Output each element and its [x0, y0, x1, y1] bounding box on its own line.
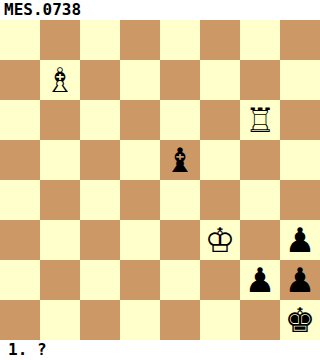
move-prompt: 1. ? [0, 340, 320, 360]
square-g6[interactable]: ♖ [240, 100, 280, 140]
square-b2[interactable] [40, 260, 80, 300]
square-f3[interactable]: ♔ [200, 220, 240, 260]
square-h7[interactable] [280, 60, 320, 100]
square-b3[interactable] [40, 220, 80, 260]
square-g2[interactable]: ♟ [240, 260, 280, 300]
square-b7[interactable]: ♗ [40, 60, 80, 100]
square-e7[interactable] [160, 60, 200, 100]
square-h8[interactable] [280, 20, 320, 60]
puzzle-title: MES.0738 [0, 0, 320, 20]
square-a2[interactable] [0, 260, 40, 300]
black-king[interactable]: ♚ [285, 300, 315, 340]
square-a8[interactable] [0, 20, 40, 60]
square-a4[interactable] [0, 180, 40, 220]
square-a6[interactable] [0, 100, 40, 140]
black-bishop[interactable]: ♝ [165, 140, 195, 180]
square-a5[interactable] [0, 140, 40, 180]
square-a3[interactable] [0, 220, 40, 260]
square-b1[interactable] [40, 300, 80, 340]
square-f7[interactable] [200, 60, 240, 100]
square-e2[interactable] [160, 260, 200, 300]
black-pawn[interactable]: ♟ [245, 260, 275, 300]
square-f4[interactable] [200, 180, 240, 220]
square-f2[interactable] [200, 260, 240, 300]
square-d4[interactable] [120, 180, 160, 220]
square-c5[interactable] [80, 140, 120, 180]
white-rook[interactable]: ♖ [245, 100, 275, 140]
square-d1[interactable] [120, 300, 160, 340]
square-d3[interactable] [120, 220, 160, 260]
black-pawn[interactable]: ♟ [285, 260, 315, 300]
square-c3[interactable] [80, 220, 120, 260]
square-h3[interactable]: ♟ [280, 220, 320, 260]
square-a1[interactable] [0, 300, 40, 340]
square-e8[interactable] [160, 20, 200, 60]
square-c6[interactable] [80, 100, 120, 140]
square-g8[interactable] [240, 20, 280, 60]
square-f1[interactable] [200, 300, 240, 340]
square-e6[interactable] [160, 100, 200, 140]
square-g1[interactable] [240, 300, 280, 340]
square-c8[interactable] [80, 20, 120, 60]
square-e1[interactable] [160, 300, 200, 340]
square-e5[interactable]: ♝ [160, 140, 200, 180]
square-g5[interactable] [240, 140, 280, 180]
square-c7[interactable] [80, 60, 120, 100]
square-e3[interactable] [160, 220, 200, 260]
square-g7[interactable] [240, 60, 280, 100]
square-h6[interactable] [280, 100, 320, 140]
square-f5[interactable] [200, 140, 240, 180]
square-e4[interactable] [160, 180, 200, 220]
square-d2[interactable] [120, 260, 160, 300]
square-d7[interactable] [120, 60, 160, 100]
square-h5[interactable] [280, 140, 320, 180]
square-d5[interactable] [120, 140, 160, 180]
white-king[interactable]: ♔ [205, 220, 235, 260]
square-c2[interactable] [80, 260, 120, 300]
square-d6[interactable] [120, 100, 160, 140]
square-h2[interactable]: ♟ [280, 260, 320, 300]
square-h4[interactable] [280, 180, 320, 220]
white-bishop[interactable]: ♗ [45, 60, 75, 100]
square-f8[interactable] [200, 20, 240, 60]
square-f6[interactable] [200, 100, 240, 140]
square-g3[interactable] [240, 220, 280, 260]
black-pawn[interactable]: ♟ [285, 220, 315, 260]
square-b8[interactable] [40, 20, 80, 60]
square-c4[interactable] [80, 180, 120, 220]
square-g4[interactable] [240, 180, 280, 220]
chess-board: ♗♖♝♔♟♟♟♚ [0, 20, 320, 340]
square-a7[interactable] [0, 60, 40, 100]
square-b6[interactable] [40, 100, 80, 140]
square-b4[interactable] [40, 180, 80, 220]
square-d8[interactable] [120, 20, 160, 60]
square-h1[interactable]: ♚ [280, 300, 320, 340]
square-c1[interactable] [80, 300, 120, 340]
square-b5[interactable] [40, 140, 80, 180]
